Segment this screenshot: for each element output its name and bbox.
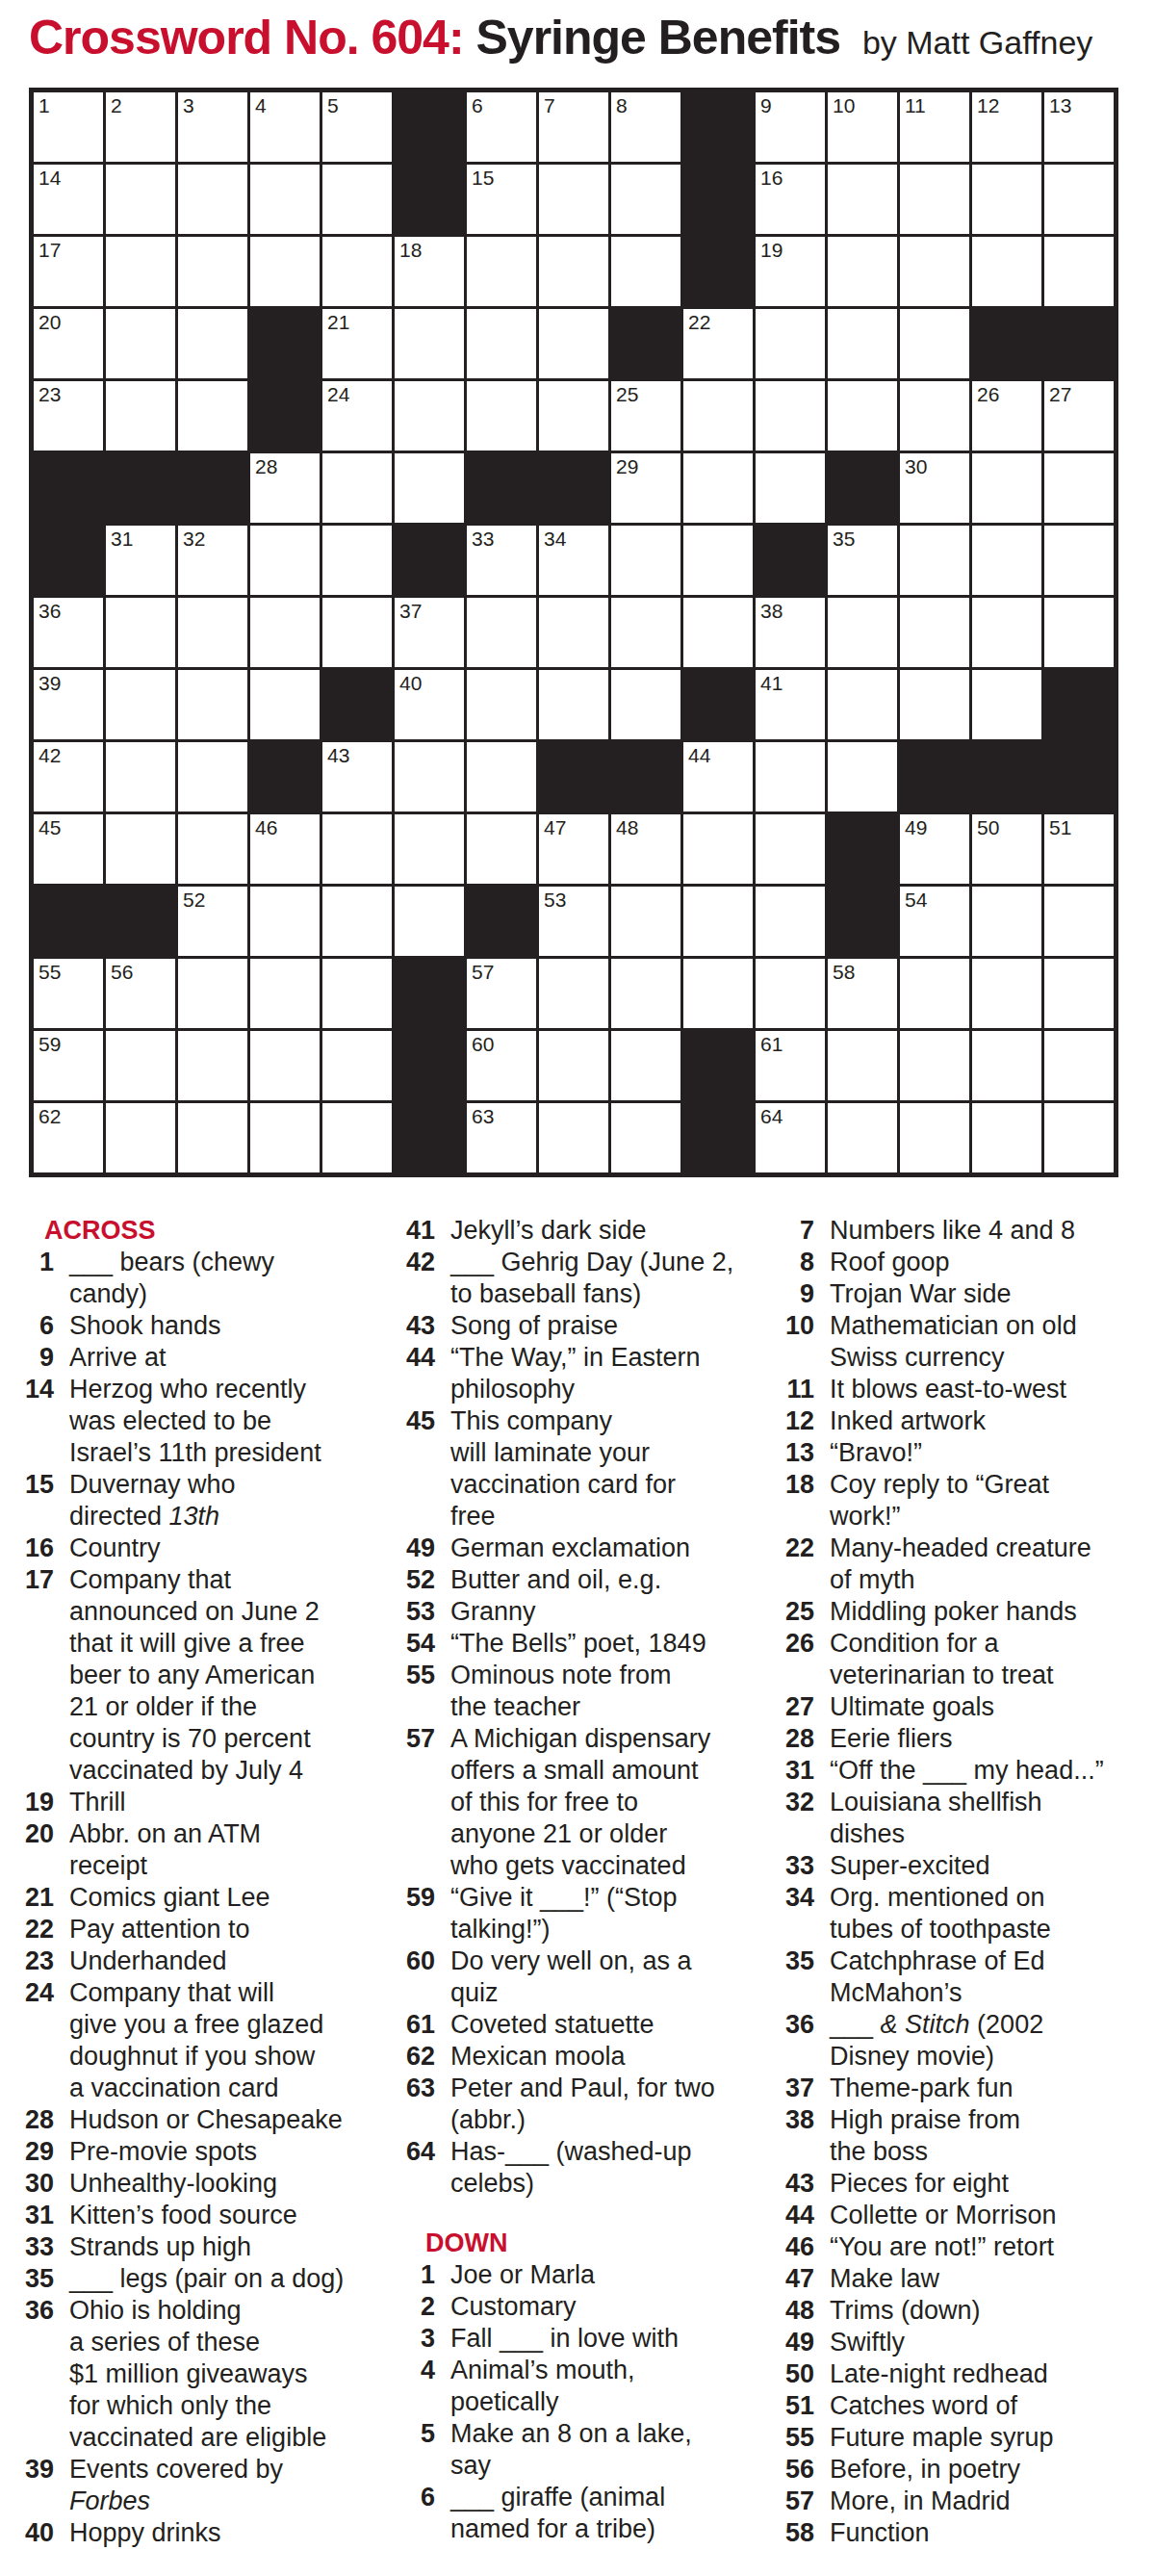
grid-cell[interactable]: 47 [539, 814, 608, 884]
grid-cell[interactable] [900, 1103, 969, 1172]
grid-cell[interactable] [322, 814, 392, 884]
grid-cell[interactable]: 42 [34, 742, 103, 811]
grid-cell[interactable]: 58 [828, 959, 897, 1028]
grid-cell[interactable] [106, 1103, 175, 1172]
grid-cell[interactable] [972, 237, 1041, 306]
grid-cell[interactable] [611, 598, 680, 667]
clue-number: 60 [393, 1945, 435, 1977]
clue-number: 54 [393, 1628, 435, 1660]
grid-cell[interactable]: 24 [322, 381, 392, 451]
grid-cell[interactable]: 31 [106, 526, 175, 595]
grid-cell[interactable]: 35 [828, 526, 897, 595]
grid-cell[interactable] [250, 598, 320, 667]
grid-cell[interactable]: 29 [611, 453, 680, 523]
grid-cell[interactable] [1044, 887, 1114, 956]
down-clue-5: 5Make an 8 on a lake, say [393, 2418, 768, 2482]
cell-number: 19 [760, 239, 783, 261]
grid-cell[interactable] [178, 598, 247, 667]
grid-cell[interactable] [106, 309, 175, 378]
grid-cell[interactable] [539, 670, 608, 739]
down-clue-32: 32Louisiana shellfish dishes [772, 1787, 1149, 1850]
crossword-grid[interactable]: 1234567891011121314151617181920212223242… [29, 88, 1118, 1177]
grid-cell[interactable] [683, 959, 753, 1028]
grid-cell[interactable] [178, 1103, 247, 1172]
cell-number: 30 [905, 455, 927, 477]
grid-cell-black [1044, 742, 1114, 811]
grid-cell[interactable] [322, 526, 392, 595]
clue-text: Has-___ (washed-up celebs) [450, 2136, 768, 2200]
down-clue-55: 55Future maple syrup [772, 2422, 1149, 2454]
grid-cell[interactable] [1044, 959, 1114, 1028]
across-clue-44: 44“The Way,” in Eastern philosophy [393, 1342, 768, 1405]
grid-cell[interactable]: 63 [467, 1103, 536, 1172]
cell-number: 10 [833, 94, 855, 116]
grid-cell[interactable] [250, 1103, 320, 1172]
grid-cell[interactable]: 14 [34, 165, 103, 234]
grid-cell-black [683, 92, 753, 162]
grid-cell[interactable] [611, 1031, 680, 1100]
grid-cell[interactable]: 40 [395, 670, 464, 739]
grid-cell[interactable] [683, 526, 753, 595]
grid-cell[interactable] [756, 453, 825, 523]
grid-cell[interactable] [900, 381, 969, 451]
grid-cell[interactable] [1044, 237, 1114, 306]
grid-cell-black [250, 309, 320, 378]
grid-cell-black [683, 1103, 753, 1172]
grid-cell[interactable] [467, 814, 536, 884]
grid-cell[interactable]: 54 [900, 887, 969, 956]
grid-cell[interactable] [756, 381, 825, 451]
clue-text: Ohio is holding a series of these $1 mil… [69, 2295, 381, 2454]
grid-cell[interactable]: 33 [467, 526, 536, 595]
grid-cell[interactable] [1044, 1031, 1114, 1100]
grid-cell[interactable]: 52 [178, 887, 247, 956]
cell-number: 17 [38, 239, 61, 261]
grid-cell[interactable] [611, 670, 680, 739]
across-clue-28: 28Hudson or Chesapeake [12, 2104, 381, 2136]
clue-number: 28 [772, 1723, 814, 1755]
cell-number: 16 [760, 167, 783, 189]
grid-cell[interactable] [467, 742, 536, 811]
clue-number: 50 [772, 2358, 814, 2390]
clue-text: German exclamation [450, 1533, 768, 1564]
grid-cell[interactable] [178, 742, 247, 811]
grid-cell[interactable] [972, 887, 1041, 956]
down-clue-10: 10Mathematician on old Swiss currency [772, 1310, 1149, 1374]
down-clue-26: 26Condition for a veterinarian to treat [772, 1628, 1149, 1691]
cell-number: 60 [472, 1033, 494, 1055]
grid-cell[interactable]: 26 [972, 381, 1041, 451]
grid-cell[interactable] [106, 237, 175, 306]
grid-cell[interactable]: 6 [467, 92, 536, 162]
cell-number: 2 [111, 94, 122, 116]
grid-cell[interactable]: 59 [34, 1031, 103, 1100]
grid-cell[interactable] [683, 887, 753, 956]
grid-cell[interactable] [900, 309, 969, 378]
clue-number: 56 [772, 2454, 814, 2486]
grid-cell[interactable] [972, 526, 1041, 595]
across-clue-33: 33Strands up high [12, 2231, 381, 2263]
clue-text: Butter and oil, e.g. [450, 1564, 768, 1596]
grid-cell[interactable] [972, 1031, 1041, 1100]
clue-number: 57 [772, 2486, 814, 2517]
grid-cell-black [250, 742, 320, 811]
cell-number: 21 [327, 311, 349, 333]
clue-text: “Bravo!” [830, 1437, 1149, 1469]
down-clue-35: 35Catchphrase of Ed McMahon’s [772, 1945, 1149, 2009]
grid-cell[interactable] [683, 598, 753, 667]
grid-cell[interactable]: 30 [900, 453, 969, 523]
grid-cell[interactable] [828, 598, 897, 667]
grid-cell[interactable]: 23 [34, 381, 103, 451]
clue-text: Events covered by Forbes [69, 2454, 381, 2517]
grid-cell[interactable]: 13 [1044, 92, 1114, 162]
grid-cell[interactable] [106, 670, 175, 739]
grid-cell[interactable] [972, 165, 1041, 234]
grid-cell[interactable] [178, 237, 247, 306]
clue-number: 44 [393, 1342, 435, 1374]
grid-cell[interactable] [322, 1031, 392, 1100]
grid-cell-black [395, 165, 464, 234]
grid-cell[interactable] [467, 237, 536, 306]
grid-cell[interactable] [1044, 1103, 1114, 1172]
grid-cell[interactable] [106, 165, 175, 234]
grid-cell[interactable] [106, 598, 175, 667]
grid-cell[interactable] [322, 237, 392, 306]
grid-cell[interactable] [322, 959, 392, 1028]
grid-cell[interactable] [900, 598, 969, 667]
grid-cell[interactable] [828, 237, 897, 306]
grid-cell[interactable] [539, 381, 608, 451]
grid-cell[interactable] [539, 1103, 608, 1172]
clue-number: 64 [393, 2136, 435, 2168]
grid-cell[interactable]: 57 [467, 959, 536, 1028]
clue-text: Fall ___ in love with [450, 2323, 768, 2355]
grid-cell[interactable]: 8 [611, 92, 680, 162]
grid-cell[interactable] [178, 309, 247, 378]
across-clue-15: 15Duvernay who directed 13th [12, 1469, 381, 1533]
grid-cell[interactable] [1044, 453, 1114, 523]
clue-text: Pay attention to [69, 1914, 381, 1945]
grid-cell[interactable] [395, 742, 464, 811]
grid-cell[interactable] [250, 526, 320, 595]
across-clue-49: 49German exclamation [393, 1533, 768, 1564]
cell-number: 52 [183, 889, 205, 911]
grid-cell[interactable] [1044, 598, 1114, 667]
grid-cell[interactable] [1044, 165, 1114, 234]
clue-text: Roof goop [830, 1247, 1149, 1278]
across-clue-23: 23Underhanded [12, 1945, 381, 1977]
clue-number: 52 [393, 1564, 435, 1596]
grid-cell[interactable] [828, 670, 897, 739]
clue-text: Pieces for eight [830, 2168, 1149, 2200]
down-clue-48: 48Trims (down) [772, 2295, 1149, 2327]
grid-cell[interactable]: 41 [756, 670, 825, 739]
clue-text: ___ giraffe (animal named for a tribe) [450, 2482, 768, 2545]
cell-number: 41 [760, 672, 783, 694]
cell-number: 54 [905, 889, 927, 911]
grid-cell[interactable] [1044, 526, 1114, 595]
grid-cell[interactable]: 49 [900, 814, 969, 884]
grid-cell[interactable] [756, 742, 825, 811]
clue-text: Pre-movie spots [69, 2136, 381, 2168]
grid-cell[interactable]: 46 [250, 814, 320, 884]
clue-number: 6 [393, 2482, 435, 2513]
grid-cell[interactable] [467, 309, 536, 378]
grid-cell[interactable] [178, 165, 247, 234]
grid-cell[interactable] [539, 959, 608, 1028]
grid-cell[interactable]: 25 [611, 381, 680, 451]
grid-cell[interactable]: 1 [34, 92, 103, 162]
across-clue-40: 40Hoppy drinks [12, 2517, 381, 2549]
grid-cell[interactable] [178, 670, 247, 739]
grid-cell[interactable] [972, 598, 1041, 667]
grid-cell[interactable]: 10 [828, 92, 897, 162]
clue-text: Peter and Paul, for two (abbr.) [450, 2073, 768, 2136]
grid-cell-black [972, 309, 1041, 378]
grid-cell[interactable] [683, 381, 753, 451]
grid-cell-black [1044, 670, 1114, 739]
puzzle-number: Crossword No. 604: [29, 11, 464, 64]
grid-cell[interactable] [828, 381, 897, 451]
grid-cell[interactable]: 9 [756, 92, 825, 162]
grid-cell[interactable]: 39 [34, 670, 103, 739]
clue-text: Underhanded [69, 1945, 381, 1977]
cell-number: 59 [38, 1033, 61, 1055]
grid-cell[interactable] [611, 959, 680, 1028]
clue-text: Swiftly [830, 2327, 1149, 2358]
grid-cell[interactable] [395, 381, 464, 451]
grid-cell[interactable] [467, 670, 536, 739]
down-clue-9: 9Trojan War side [772, 1278, 1149, 1310]
grid-cell[interactable] [828, 1031, 897, 1100]
grid-cell[interactable] [539, 165, 608, 234]
clue-text: A Michigan dispensary offers a small amo… [450, 1723, 768, 1882]
grid-cell[interactable] [900, 165, 969, 234]
grid-cell[interactable]: 18 [395, 237, 464, 306]
across-clue-20: 20Abbr. on an ATM receipt [12, 1818, 381, 1882]
down-clue-49: 49Swiftly [772, 2327, 1149, 2358]
cell-number: 11 [905, 94, 926, 116]
grid-cell[interactable] [539, 237, 608, 306]
grid-cell[interactable]: 15 [467, 165, 536, 234]
grid-cell-black [395, 526, 464, 595]
clue-number: 1 [12, 1247, 54, 1278]
grid-cell[interactable]: 27 [1044, 381, 1114, 451]
grid-cell[interactable]: 38 [756, 598, 825, 667]
grid-cell[interactable] [250, 165, 320, 234]
clue-text: Mathematician on old Swiss currency [830, 1310, 1149, 1374]
grid-cell[interactable]: 51 [1044, 814, 1114, 884]
cell-number: 46 [255, 816, 277, 838]
clue-number: 23 [12, 1945, 54, 1977]
grid-cell[interactable] [395, 453, 464, 523]
grid-cell[interactable]: 64 [756, 1103, 825, 1172]
down-clue-47: 47Make law [772, 2263, 1149, 2295]
grid-cell[interactable]: 62 [34, 1103, 103, 1172]
clue-number: 39 [12, 2454, 54, 2486]
grid-cell[interactable]: 32 [178, 526, 247, 595]
across-clue-43: 43Song of praise [393, 1310, 768, 1342]
grid-cell[interactable] [250, 237, 320, 306]
cell-number: 7 [544, 94, 555, 116]
grid-cell[interactable] [106, 814, 175, 884]
clue-number: 6 [12, 1310, 54, 1342]
grid-cell[interactable] [972, 959, 1041, 1028]
across-clue-62: 62Mexican moola [393, 2041, 768, 2073]
down-clue-8: 8Roof goop [772, 1247, 1149, 1278]
grid-cell[interactable] [756, 309, 825, 378]
grid-cell[interactable]: 2 [106, 92, 175, 162]
grid-cell[interactable]: 4 [250, 92, 320, 162]
grid-cell[interactable] [467, 381, 536, 451]
across-clue-1: 1___ bears (chewy candy) [12, 1247, 381, 1310]
grid-cell[interactable] [900, 1031, 969, 1100]
grid-cell-black [34, 453, 103, 523]
grid-cell[interactable] [539, 1031, 608, 1100]
grid-cell[interactable]: 50 [972, 814, 1041, 884]
down-clue-36: 36___ & Stitch (2002 Disney movie) [772, 2009, 1149, 2073]
grid-cell[interactable] [611, 237, 680, 306]
grid-cell[interactable]: 7 [539, 92, 608, 162]
clue-column-1: ACROSS1___ bears (chewy candy)6Shook han… [12, 1215, 381, 2549]
grid-cell[interactable] [683, 453, 753, 523]
grid-cell[interactable] [250, 887, 320, 956]
grid-cell[interactable] [395, 309, 464, 378]
down-clue-56: 56Before, in poetry [772, 2454, 1149, 2486]
down-clue-34: 34Org. mentioned on tubes of toothpaste [772, 1882, 1149, 1945]
grid-cell[interactable] [250, 1031, 320, 1100]
grid-cell[interactable] [900, 237, 969, 306]
grid-cell[interactable] [106, 742, 175, 811]
across-clue-57: 57A Michigan dispensary offers a small a… [393, 1723, 768, 1882]
grid-cell[interactable] [106, 381, 175, 451]
down-clue-4: 4Animal’s mouth, poetically [393, 2355, 768, 2418]
down-clue-3: 3Fall ___ in love with [393, 2323, 768, 2355]
grid-cell[interactable]: 36 [34, 598, 103, 667]
grid-cell[interactable]: 61 [756, 1031, 825, 1100]
clue-number: 47 [772, 2263, 814, 2295]
grid-cell[interactable] [322, 598, 392, 667]
grid-cell[interactable]: 48 [611, 814, 680, 884]
grid-cell[interactable]: 28 [250, 453, 320, 523]
clue-number: 24 [12, 1977, 54, 2009]
grid-cell[interactable]: 3 [178, 92, 247, 162]
cell-number: 3 [183, 94, 194, 116]
cell-number: 29 [616, 455, 638, 477]
across-clue-24: 24Company that will give you a free glaz… [12, 1977, 381, 2104]
clue-number: 5 [393, 2418, 435, 2450]
grid-cell[interactable] [395, 887, 464, 956]
grid-cell[interactable]: 60 [467, 1031, 536, 1100]
grid-cell[interactable] [178, 1031, 247, 1100]
grid-cell[interactable] [611, 887, 680, 956]
grid-cell[interactable] [611, 526, 680, 595]
clue-number: 36 [12, 2295, 54, 2327]
grid-cell[interactable]: 5 [322, 92, 392, 162]
grid-cell[interactable] [322, 887, 392, 956]
grid-cell[interactable]: 37 [395, 598, 464, 667]
grid-cell[interactable]: 53 [539, 887, 608, 956]
clue-text: Animal’s mouth, poetically [450, 2355, 768, 2418]
clue-text: Hoppy drinks [69, 2517, 381, 2549]
grid-cell[interactable] [467, 598, 536, 667]
grid-cell[interactable] [756, 959, 825, 1028]
grid-cell[interactable] [539, 309, 608, 378]
grid-cell[interactable] [539, 598, 608, 667]
grid-cell[interactable]: 45 [34, 814, 103, 884]
clue-text: Collette or Morrison [830, 2200, 1149, 2231]
grid-cell[interactable] [250, 670, 320, 739]
grid-cell[interactable]: 55 [34, 959, 103, 1028]
clue-column-3: 7Numbers like 4 and 88Roof goop9Trojan W… [772, 1215, 1149, 2549]
cell-number: 53 [544, 889, 566, 911]
grid-cell[interactable] [178, 959, 247, 1028]
clue-number: 62 [393, 2041, 435, 2073]
grid-cell[interactable]: 21 [322, 309, 392, 378]
grid-cell[interactable] [900, 526, 969, 595]
grid-cell[interactable] [611, 165, 680, 234]
cell-number: 13 [1049, 94, 1071, 116]
grid-cell[interactable] [683, 814, 753, 884]
grid-cell[interactable] [756, 814, 825, 884]
grid-cell-black [972, 742, 1041, 811]
grid-cell[interactable] [828, 165, 897, 234]
grid-cell[interactable] [178, 381, 247, 451]
grid-cell[interactable] [900, 670, 969, 739]
clue-text: Joe or Marla [450, 2259, 768, 2291]
grid-cell[interactable] [972, 1103, 1041, 1172]
grid-cell[interactable]: 56 [106, 959, 175, 1028]
grid-cell[interactable] [611, 1103, 680, 1172]
grid-cell[interactable]: 34 [539, 526, 608, 595]
grid-cell[interactable] [250, 959, 320, 1028]
grid-cell[interactable]: 17 [34, 237, 103, 306]
grid-cell[interactable]: 11 [900, 92, 969, 162]
grid-cell[interactable]: 19 [756, 237, 825, 306]
grid-cell[interactable] [972, 453, 1041, 523]
grid-cell[interactable] [322, 165, 392, 234]
grid-cell[interactable]: 20 [34, 309, 103, 378]
across-clue-35: 35___ legs (pair on a dog) [12, 2263, 381, 2295]
down-clue-13: 13“Bravo!” [772, 1437, 1149, 1469]
clue-text: Theme-park fun [830, 2073, 1149, 2104]
grid-cell[interactable]: 22 [683, 309, 753, 378]
grid-cell[interactable]: 16 [756, 165, 825, 234]
grid-cell[interactable] [828, 1103, 897, 1172]
grid-cell[interactable] [828, 742, 897, 811]
grid-cell[interactable] [178, 814, 247, 884]
clue-text: Coveted statuette [450, 2009, 768, 2041]
grid-cell[interactable] [322, 1103, 392, 1172]
clue-text: Inked artwork [830, 1405, 1149, 1437]
grid-cell[interactable]: 43 [322, 742, 392, 811]
clue-number: 3 [393, 2323, 435, 2355]
clue-number: 13 [772, 1437, 814, 1469]
grid-cell[interactable]: 12 [972, 92, 1041, 162]
grid-cell[interactable] [395, 814, 464, 884]
grid-cell[interactable] [900, 959, 969, 1028]
grid-cell[interactable] [756, 887, 825, 956]
grid-cell[interactable] [828, 309, 897, 378]
grid-cell-black [683, 165, 753, 234]
grid-cell[interactable] [972, 670, 1041, 739]
clue-text: Trojan War side [830, 1278, 1149, 1310]
across-clue-21: 21Comics giant Lee [12, 1882, 381, 1914]
grid-cell[interactable] [106, 1031, 175, 1100]
grid-cell[interactable]: 44 [683, 742, 753, 811]
grid-cell[interactable] [322, 453, 392, 523]
